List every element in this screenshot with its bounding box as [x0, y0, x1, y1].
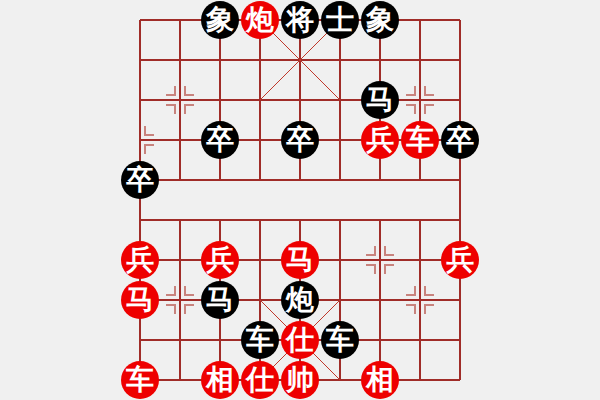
black-pawn[interactable]: 卒: [281, 121, 319, 159]
black-horse[interactable]: 马: [361, 81, 399, 119]
black-pawn[interactable]: 卒: [201, 121, 239, 159]
red-chariot[interactable]: 车: [121, 361, 159, 399]
black-general[interactable]: 将: [281, 1, 319, 39]
red-general[interactable]: 帅: [281, 361, 319, 399]
red-chariot[interactable]: 车: [401, 121, 439, 159]
red-elephant[interactable]: 相: [201, 361, 239, 399]
black-elephant[interactable]: 象: [361, 1, 399, 39]
black-chariot[interactable]: 车: [241, 321, 279, 359]
black-chariot[interactable]: 车: [321, 321, 359, 359]
black-elephant[interactable]: 象: [201, 1, 239, 39]
red-cannon[interactable]: 炮: [241, 1, 279, 39]
xiangqi-board[interactable]: 象炮将士象马卒卒兵车卒卒兵兵马兵马马炮车仕车车相仕帅相: [120, 0, 480, 400]
xiangqi-board-screen: 象炮将士象马卒卒兵车卒卒兵兵马兵马马炮车仕车车相仕帅相: [0, 0, 600, 400]
red-pawn[interactable]: 兵: [201, 241, 239, 279]
red-pawn[interactable]: 兵: [361, 121, 399, 159]
red-pawn[interactable]: 兵: [441, 241, 479, 279]
red-advisor[interactable]: 仕: [281, 321, 319, 359]
red-pawn[interactable]: 兵: [121, 241, 159, 279]
red-advisor[interactable]: 仕: [241, 361, 279, 399]
red-elephant[interactable]: 相: [361, 361, 399, 399]
black-horse[interactable]: 马: [201, 281, 239, 319]
red-horse[interactable]: 马: [121, 281, 159, 319]
red-horse[interactable]: 马: [281, 241, 319, 279]
black-pawn[interactable]: 卒: [121, 161, 159, 199]
black-pawn[interactable]: 卒: [441, 121, 479, 159]
black-advisor[interactable]: 士: [321, 1, 359, 39]
black-cannon[interactable]: 炮: [281, 281, 319, 319]
